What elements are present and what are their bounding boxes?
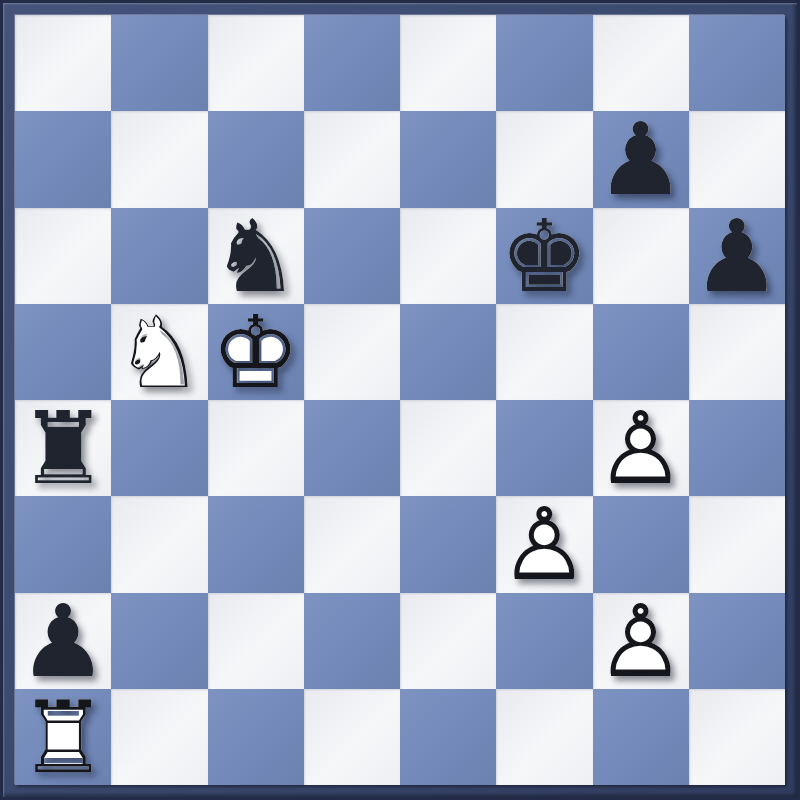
piece-outline-layer: ♔ (208, 305, 304, 401)
square-d1[interactable] (304, 689, 400, 785)
piece-outline-layer: ♙ (593, 401, 689, 497)
square-h2[interactable] (689, 593, 785, 689)
white-pawn-g2[interactable]: ♟♙ (593, 593, 689, 689)
piece-outline-layer: ♜ (15, 401, 111, 497)
square-d2[interactable] (304, 593, 400, 689)
square-d7[interactable] (304, 111, 400, 207)
square-a4[interactable]: ♜♜ (15, 400, 111, 496)
square-e8[interactable] (400, 15, 496, 111)
square-f7[interactable] (496, 111, 592, 207)
square-a5[interactable] (15, 304, 111, 400)
black-rook-a4[interactable]: ♜♜ (15, 400, 111, 496)
square-d4[interactable] (304, 400, 400, 496)
square-b5[interactable]: ♞♘ (111, 304, 207, 400)
square-h1[interactable] (689, 689, 785, 785)
square-g3[interactable] (593, 496, 689, 592)
square-f8[interactable] (496, 15, 592, 111)
square-f5[interactable] (496, 304, 592, 400)
piece-outline-layer: ♟ (593, 112, 689, 208)
black-pawn-h6[interactable]: ♟♟ (689, 208, 785, 304)
square-c7[interactable] (208, 111, 304, 207)
square-h7[interactable] (689, 111, 785, 207)
piece-outline-layer: ♘ (111, 305, 207, 401)
square-b3[interactable] (111, 496, 207, 592)
square-g7[interactable]: ♟♟ (593, 111, 689, 207)
square-c3[interactable] (208, 496, 304, 592)
square-d3[interactable] (304, 496, 400, 592)
piece-outline-layer: ♚ (496, 209, 592, 305)
square-d5[interactable] (304, 304, 400, 400)
square-f2[interactable] (496, 593, 592, 689)
square-c1[interactable] (208, 689, 304, 785)
square-e5[interactable] (400, 304, 496, 400)
square-a8[interactable] (15, 15, 111, 111)
square-b8[interactable] (111, 15, 207, 111)
square-b1[interactable] (111, 689, 207, 785)
black-king-f6[interactable]: ♚♚ (496, 208, 592, 304)
board-frame: ♟♟♞♞♚♚♟♟♞♘♚♔♜♜♟♙♟♙♟♟♟♙♜♖ (0, 0, 800, 800)
square-d6[interactable] (304, 208, 400, 304)
square-e4[interactable] (400, 400, 496, 496)
square-d8[interactable] (304, 15, 400, 111)
square-h4[interactable] (689, 400, 785, 496)
chess-board: ♟♟♞♞♚♚♟♟♞♘♚♔♜♜♟♙♟♙♟♟♟♙♜♖ (15, 15, 785, 785)
black-pawn-a2[interactable]: ♟♟ (15, 593, 111, 689)
square-c4[interactable] (208, 400, 304, 496)
square-g8[interactable] (593, 15, 689, 111)
square-a7[interactable] (15, 111, 111, 207)
square-h5[interactable] (689, 304, 785, 400)
square-c2[interactable] (208, 593, 304, 689)
square-g1[interactable] (593, 689, 689, 785)
square-g6[interactable] (593, 208, 689, 304)
square-e7[interactable] (400, 111, 496, 207)
square-a2[interactable]: ♟♟ (15, 593, 111, 689)
square-g5[interactable] (593, 304, 689, 400)
square-b7[interactable] (111, 111, 207, 207)
black-pawn-g7[interactable]: ♟♟ (593, 111, 689, 207)
square-c5[interactable]: ♚♔ (208, 304, 304, 400)
square-f4[interactable] (496, 400, 592, 496)
white-pawn-f3[interactable]: ♟♙ (496, 496, 592, 592)
piece-outline-layer: ♙ (496, 497, 592, 593)
square-f3[interactable]: ♟♙ (496, 496, 592, 592)
square-f6[interactable]: ♚♚ (496, 208, 592, 304)
square-b4[interactable] (111, 400, 207, 496)
square-e6[interactable] (400, 208, 496, 304)
white-rook-a1[interactable]: ♜♖ (15, 689, 111, 785)
square-e2[interactable] (400, 593, 496, 689)
piece-outline-layer: ♙ (593, 594, 689, 690)
white-pawn-g4[interactable]: ♟♙ (593, 400, 689, 496)
white-king-c5[interactable]: ♚♔ (208, 304, 304, 400)
square-b2[interactable] (111, 593, 207, 689)
square-h8[interactable] (689, 15, 785, 111)
white-knight-b5[interactable]: ♞♘ (111, 304, 207, 400)
square-f1[interactable] (496, 689, 592, 785)
square-g4[interactable]: ♟♙ (593, 400, 689, 496)
square-b6[interactable] (111, 208, 207, 304)
square-g2[interactable]: ♟♙ (593, 593, 689, 689)
black-knight-c6[interactable]: ♞♞ (208, 208, 304, 304)
piece-outline-layer: ♟ (15, 594, 111, 690)
square-e3[interactable] (400, 496, 496, 592)
piece-outline-layer: ♖ (15, 690, 111, 786)
square-a3[interactable] (15, 496, 111, 592)
piece-outline-layer: ♞ (208, 209, 304, 305)
square-c6[interactable]: ♞♞ (208, 208, 304, 304)
piece-outline-layer: ♟ (689, 209, 785, 305)
square-h6[interactable]: ♟♟ (689, 208, 785, 304)
square-a6[interactable] (15, 208, 111, 304)
square-c8[interactable] (208, 15, 304, 111)
square-h3[interactable] (689, 496, 785, 592)
square-e1[interactable] (400, 689, 496, 785)
square-a1[interactable]: ♜♖ (15, 689, 111, 785)
